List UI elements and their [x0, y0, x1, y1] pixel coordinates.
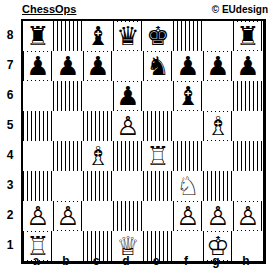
square-f5[interactable]	[173, 111, 203, 141]
square-e8[interactable]: ♚	[143, 21, 173, 51]
file-label-f: f	[171, 253, 201, 269]
white-bishop[interactable]: ♗	[206, 112, 230, 140]
credit-label: © EUdesign	[212, 4, 268, 15]
square-d3[interactable]	[113, 171, 143, 201]
rank-label-1: 1	[0, 230, 20, 260]
square-d7[interactable]	[113, 51, 143, 81]
rank-label-6: 6	[0, 80, 20, 110]
square-b2[interactable]: ♙	[53, 201, 83, 231]
black-pawn[interactable]: ♟	[56, 52, 80, 80]
square-b5[interactable]	[53, 111, 83, 141]
square-h8[interactable]: ♜	[233, 21, 263, 51]
rank-label-3: 3	[0, 170, 20, 200]
header-bar: ChessOps © EUdesign	[0, 0, 270, 18]
rank-label-4: 4	[0, 140, 20, 170]
chessops-window: ChessOps © EUdesign 87654321 ♜♝♛♚♜♟♟♟♞♟♟…	[0, 0, 270, 270]
app-title-link[interactable]: ChessOps	[22, 3, 76, 15]
square-h7[interactable]: ♟	[233, 51, 263, 81]
square-h2[interactable]: ♙	[233, 201, 263, 231]
black-king[interactable]: ♚	[146, 22, 170, 50]
rank-label-2: 2	[0, 200, 20, 230]
square-f3[interactable]: ♘	[173, 171, 203, 201]
square-e2[interactable]	[143, 201, 173, 231]
chess-board[interactable]: ♜♝♛♚♜♟♟♟♞♟♟♟♟♝♙♗♗♖♘♙♙♙♙♙♖♕♔	[21, 19, 266, 264]
white-pawn[interactable]: ♙	[116, 112, 140, 140]
square-d8[interactable]: ♛	[113, 21, 143, 51]
square-c7[interactable]: ♟	[83, 51, 113, 81]
file-label-d: d	[111, 253, 141, 269]
file-label-b: b	[51, 253, 81, 269]
square-f2[interactable]: ♙	[173, 201, 203, 231]
file-label-g: g	[201, 253, 231, 269]
square-a8[interactable]: ♜	[23, 21, 53, 51]
square-g7[interactable]: ♟	[203, 51, 233, 81]
black-pawn[interactable]: ♟	[86, 52, 110, 80]
file-label-c: c	[81, 253, 111, 269]
file-label-e: e	[141, 253, 171, 269]
square-e4[interactable]: ♖	[143, 141, 173, 171]
square-e7[interactable]: ♞	[143, 51, 173, 81]
white-pawn[interactable]: ♙	[176, 202, 200, 230]
square-g3[interactable]	[203, 171, 233, 201]
rank-label-7: 7	[0, 50, 20, 80]
square-f4[interactable]	[173, 141, 203, 171]
rank-labels: 87654321	[0, 20, 20, 260]
white-pawn[interactable]: ♙	[206, 202, 230, 230]
square-h5[interactable]	[233, 111, 263, 141]
square-a5[interactable]	[23, 111, 53, 141]
white-knight[interactable]: ♘	[176, 172, 200, 200]
square-d5[interactable]: ♙	[113, 111, 143, 141]
rank-label-5: 5	[0, 110, 20, 140]
square-f6[interactable]: ♝	[173, 81, 203, 111]
square-g6[interactable]	[203, 81, 233, 111]
square-d6[interactable]: ♟	[113, 81, 143, 111]
black-pawn[interactable]: ♟	[176, 52, 200, 80]
square-c4[interactable]: ♗	[83, 141, 113, 171]
black-pawn[interactable]: ♟	[206, 52, 230, 80]
black-rook[interactable]: ♜	[26, 22, 50, 50]
square-b8[interactable]	[53, 21, 83, 51]
square-h4[interactable]	[233, 141, 263, 171]
white-bishop[interactable]: ♗	[86, 142, 110, 170]
file-label-h: h	[231, 253, 261, 269]
square-a4[interactable]	[23, 141, 53, 171]
square-h3[interactable]	[233, 171, 263, 201]
white-pawn[interactable]: ♙	[26, 202, 50, 230]
square-g2[interactable]: ♙	[203, 201, 233, 231]
square-b7[interactable]: ♟	[53, 51, 83, 81]
square-a3[interactable]	[23, 171, 53, 201]
square-d4[interactable]	[113, 141, 143, 171]
square-e3[interactable]	[143, 171, 173, 201]
file-label-a: a	[21, 253, 51, 269]
black-rook[interactable]: ♜	[236, 22, 260, 50]
black-bishop[interactable]: ♝	[176, 82, 200, 110]
square-b6[interactable]	[53, 81, 83, 111]
black-bishop[interactable]: ♝	[86, 22, 110, 50]
square-a2[interactable]: ♙	[23, 201, 53, 231]
square-d2[interactable]	[113, 201, 143, 231]
square-b4[interactable]	[53, 141, 83, 171]
black-knight[interactable]: ♞	[146, 52, 170, 80]
square-c2[interactable]	[83, 201, 113, 231]
white-pawn[interactable]: ♙	[56, 202, 80, 230]
black-pawn[interactable]: ♟	[236, 52, 260, 80]
square-f7[interactable]: ♟	[173, 51, 203, 81]
square-g5[interactable]: ♗	[203, 111, 233, 141]
square-a6[interactable]	[23, 81, 53, 111]
square-c8[interactable]: ♝	[83, 21, 113, 51]
file-labels: abcdefgh	[21, 253, 266, 269]
square-e5[interactable]	[143, 111, 173, 141]
square-a7[interactable]: ♟	[23, 51, 53, 81]
square-b3[interactable]	[53, 171, 83, 201]
square-f8[interactable]	[173, 21, 203, 51]
square-c5[interactable]	[83, 111, 113, 141]
black-queen[interactable]: ♛	[116, 22, 140, 50]
square-g8[interactable]	[203, 21, 233, 51]
square-e6[interactable]	[143, 81, 173, 111]
black-pawn[interactable]: ♟	[26, 52, 50, 80]
square-h6[interactable]	[233, 81, 263, 111]
white-rook[interactable]: ♖	[146, 142, 170, 170]
square-c6[interactable]	[83, 81, 113, 111]
black-pawn[interactable]: ♟	[116, 82, 140, 110]
white-pawn[interactable]: ♙	[236, 202, 260, 230]
rank-label-8: 8	[0, 20, 20, 50]
square-g4[interactable]	[203, 141, 233, 171]
square-c3[interactable]	[83, 171, 113, 201]
